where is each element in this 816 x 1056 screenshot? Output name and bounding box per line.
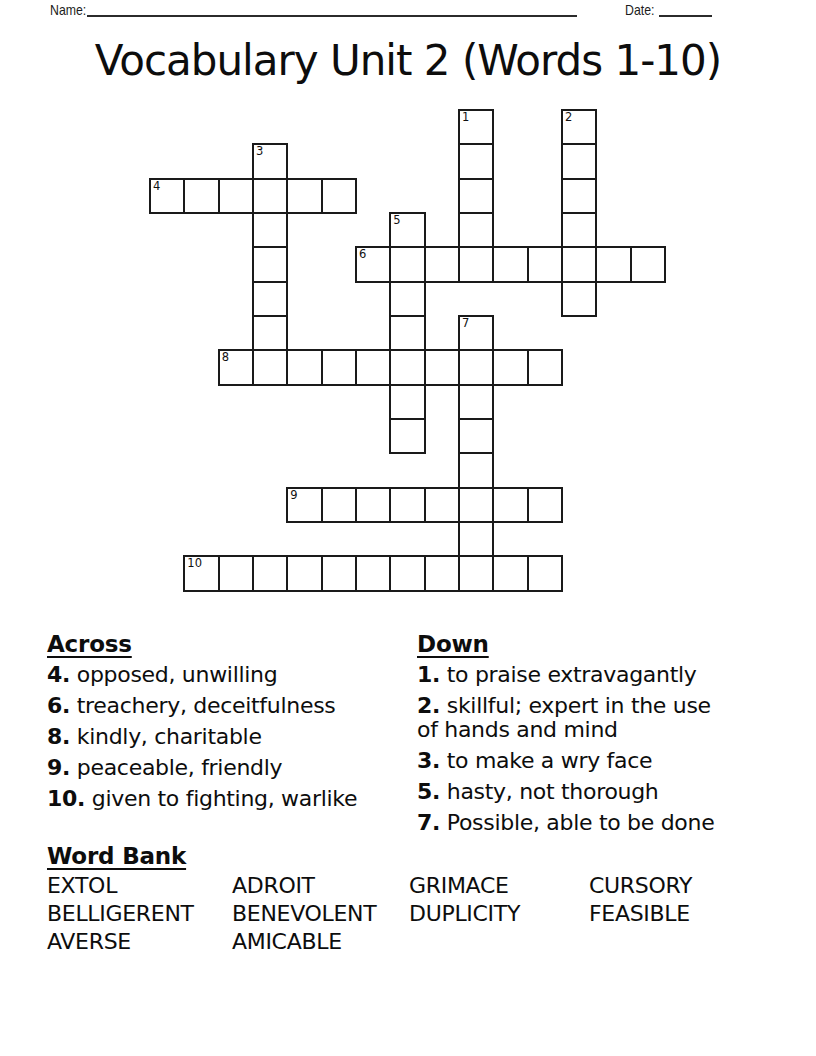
clue-item: 10. given to fighting, warlike — [47, 787, 417, 811]
grid-cell — [458, 487, 494, 523]
grid-cell — [458, 178, 494, 214]
grid-cell — [355, 487, 391, 523]
grid-cell — [252, 315, 288, 351]
page-title: Vocabulary Unit 2 (Words 1-10) — [0, 36, 816, 85]
date-label: Date: — [625, 1, 654, 18]
crossword-grid: 12345678910 — [150, 110, 667, 593]
name-label: Name: — [50, 1, 86, 18]
grid-cell — [561, 143, 597, 179]
grid-cell — [389, 281, 425, 317]
grid-cell — [252, 178, 288, 214]
grid-cell — [458, 555, 494, 591]
grid-cell — [389, 487, 425, 523]
grid-cell — [389, 418, 425, 454]
grid-cell — [252, 212, 288, 248]
grid-cell — [218, 555, 254, 591]
grid-cell — [458, 384, 494, 420]
grid-cell — [389, 349, 425, 385]
grid-cell — [389, 246, 425, 282]
grid-cell — [630, 246, 666, 282]
grid-cell — [252, 349, 288, 385]
word-bank-item: BENEVOLENT — [232, 901, 409, 929]
grid-cell — [355, 349, 391, 385]
clue-item-number: 10. — [47, 786, 85, 811]
grid-cell — [458, 521, 494, 557]
grid-cell — [458, 418, 494, 454]
grid-cell — [424, 555, 460, 591]
grid-cell — [321, 178, 357, 214]
down-clue-list: 1. to praise extravagantly2. skillful; e… — [417, 663, 797, 834]
clue-item-number: 1. — [417, 662, 440, 687]
grid-cell — [218, 178, 254, 214]
grid-cell — [527, 555, 563, 591]
grid-cell: 6 — [355, 246, 391, 282]
grid-cell — [321, 487, 357, 523]
grid-cell: 2 — [561, 109, 597, 145]
grid-cell — [286, 178, 322, 214]
grid-cell: 5 — [389, 212, 425, 248]
grid-cell — [458, 452, 494, 488]
grid-cell — [321, 349, 357, 385]
grid-cell — [527, 246, 563, 282]
grid-cell — [492, 246, 528, 282]
clue-item: 8. kindly, charitable — [47, 725, 417, 749]
grid-cell — [252, 246, 288, 282]
worksheet-page: Name: Date: Vocabulary Unit 2 (Words 1-1… — [0, 0, 816, 1056]
clue-item: 3. to make a wry face — [417, 749, 797, 773]
grid-cell — [492, 487, 528, 523]
clue-item-number: 7. — [417, 810, 440, 835]
grid-cell — [527, 349, 563, 385]
word-bank-item: FEASIBLE — [589, 901, 759, 929]
date-blank-line — [659, 0, 712, 17]
down-heading: Down — [417, 631, 797, 657]
down-section: Down 1. to praise extravagantly2. skillf… — [417, 631, 797, 842]
clue-number: 3 — [256, 145, 263, 158]
clue-item-number: 5. — [417, 779, 440, 804]
clue-number: 10 — [187, 557, 202, 570]
across-clue-list: 4. opposed, unwilling6. treachery, decei… — [47, 663, 417, 811]
grid-cell — [561, 178, 597, 214]
clue-number: 8 — [222, 351, 229, 364]
word-bank-item: AMICABLE — [232, 929, 409, 957]
clue-item: 9. peaceable, friendly — [47, 756, 417, 780]
word-bank-item: GRIMACE — [409, 873, 589, 901]
clue-number: 7 — [462, 317, 469, 330]
grid-cell — [424, 487, 460, 523]
name-blank-line — [87, 0, 577, 17]
grid-cell — [424, 246, 460, 282]
grid-cell — [286, 555, 322, 591]
grid-cell — [458, 212, 494, 248]
grid-cell: 7 — [458, 315, 494, 351]
clue-item-number: 9. — [47, 755, 70, 780]
grid-cell — [355, 555, 391, 591]
grid-cell — [252, 555, 288, 591]
grid-cell: 3 — [252, 143, 288, 179]
grid-cell — [595, 246, 631, 282]
clue-item-number: 2. — [417, 693, 440, 718]
grid-cell — [389, 315, 425, 351]
grid-cell — [561, 212, 597, 248]
grid-cell — [458, 143, 494, 179]
grid-cell — [424, 349, 460, 385]
word-bank-item: AVERSE — [47, 929, 232, 957]
clue-item-number: 6. — [47, 693, 70, 718]
clue-item: 5. hasty, not thorough — [417, 780, 797, 804]
grid-cell — [321, 555, 357, 591]
word-bank-item: BELLIGERENT — [47, 901, 232, 929]
clue-number: 1 — [462, 111, 469, 124]
clue-item-number: 4. — [47, 662, 70, 687]
grid-cell: 10 — [183, 555, 219, 591]
grid-cell: 9 — [286, 487, 322, 523]
clue-item: 6. treachery, deceitfulness — [47, 694, 417, 718]
word-bank-list: EXTOLADROITGRIMACECURSORYBELLIGERENTBENE… — [47, 873, 759, 958]
word-bank-heading: Word Bank — [47, 843, 186, 869]
clue-number: 2 — [565, 111, 572, 124]
clue-item-number: 3. — [417, 748, 440, 773]
clue-item: 1. to praise extravagantly — [417, 663, 797, 687]
grid-cell — [458, 349, 494, 385]
clue-number: 9 — [290, 489, 297, 502]
clue-item: 4. opposed, unwilling — [47, 663, 417, 687]
grid-cell — [561, 281, 597, 317]
grid-cell — [286, 349, 322, 385]
clue-number: 4 — [153, 180, 160, 193]
grid-cell — [527, 487, 563, 523]
grid-cell: 1 — [458, 109, 494, 145]
grid-cell — [492, 349, 528, 385]
clue-number: 5 — [393, 214, 400, 227]
across-section: Across 4. opposed, unwilling6. treachery… — [47, 631, 417, 818]
grid-cell — [389, 384, 425, 420]
grid-cell — [492, 555, 528, 591]
grid-cell — [389, 555, 425, 591]
grid-cell — [252, 281, 288, 317]
clue-item: 7. Possible, able to be done — [417, 811, 797, 835]
word-bank-item: CURSORY — [589, 873, 759, 901]
clue-item-number: 8. — [47, 724, 70, 749]
word-bank-item: DUPLICITY — [409, 901, 589, 929]
grid-cell — [458, 246, 494, 282]
word-bank-item: EXTOL — [47, 873, 232, 901]
grid-cell: 4 — [149, 178, 185, 214]
across-heading: Across — [47, 631, 417, 657]
word-bank-item: ADROIT — [232, 873, 409, 901]
grid-cell — [183, 178, 219, 214]
clue-number: 6 — [359, 248, 366, 261]
clue-item: 2. skillful; expert in the useof hands a… — [417, 694, 797, 741]
grid-cell: 8 — [218, 349, 254, 385]
grid-cell — [561, 246, 597, 282]
